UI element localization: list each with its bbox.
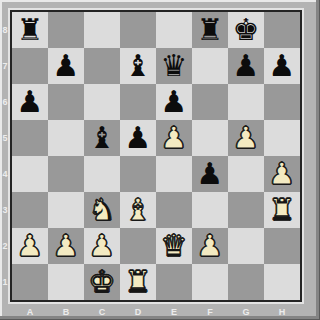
piece-black-rook[interactable]: ♜ bbox=[192, 12, 228, 48]
chess-board: ♜♜♚♟♝♛♟♟♟♟♝♟♟♟♟♟♞♝♜♟♟♟♛♟♚♜ bbox=[10, 10, 302, 302]
square-h2[interactable] bbox=[264, 228, 300, 264]
square-e1[interactable] bbox=[156, 264, 192, 300]
square-c1[interactable]: ♚ bbox=[84, 264, 120, 300]
square-h5[interactable] bbox=[264, 120, 300, 156]
square-e8[interactable] bbox=[156, 12, 192, 48]
square-f3[interactable] bbox=[192, 192, 228, 228]
square-e5[interactable]: ♟ bbox=[156, 120, 192, 156]
square-h6[interactable] bbox=[264, 84, 300, 120]
rank-labels: 87654321 bbox=[0, 12, 10, 300]
file-label-e: E bbox=[156, 305, 192, 320]
square-e2[interactable]: ♛ bbox=[156, 228, 192, 264]
piece-white-pawn[interactable]: ♟ bbox=[264, 156, 300, 192]
square-d7[interactable]: ♝ bbox=[120, 48, 156, 84]
piece-black-pawn[interactable]: ♟ bbox=[156, 84, 192, 120]
piece-black-rook[interactable]: ♜ bbox=[12, 12, 48, 48]
piece-white-knight[interactable]: ♞ bbox=[84, 192, 120, 228]
piece-black-king[interactable]: ♚ bbox=[228, 12, 264, 48]
rank-label-6: 6 bbox=[0, 84, 10, 120]
rank-label-7: 7 bbox=[0, 48, 10, 84]
square-c5[interactable]: ♝ bbox=[84, 120, 120, 156]
piece-black-queen[interactable]: ♛ bbox=[156, 48, 192, 84]
piece-white-pawn[interactable]: ♟ bbox=[192, 228, 228, 264]
rank-label-4: 4 bbox=[0, 156, 10, 192]
square-e6[interactable]: ♟ bbox=[156, 84, 192, 120]
square-g5[interactable]: ♟ bbox=[228, 120, 264, 156]
piece-black-pawn[interactable]: ♟ bbox=[48, 48, 84, 84]
square-d2[interactable] bbox=[120, 228, 156, 264]
square-d8[interactable] bbox=[120, 12, 156, 48]
square-a7[interactable] bbox=[12, 48, 48, 84]
square-g4[interactable] bbox=[228, 156, 264, 192]
file-label-d: D bbox=[120, 305, 156, 320]
square-e3[interactable] bbox=[156, 192, 192, 228]
square-a1[interactable] bbox=[12, 264, 48, 300]
square-b2[interactable]: ♟ bbox=[48, 228, 84, 264]
piece-black-pawn[interactable]: ♟ bbox=[120, 120, 156, 156]
square-b7[interactable]: ♟ bbox=[48, 48, 84, 84]
piece-white-pawn[interactable]: ♟ bbox=[156, 120, 192, 156]
piece-white-pawn[interactable]: ♟ bbox=[12, 228, 48, 264]
square-c8[interactable] bbox=[84, 12, 120, 48]
square-h3[interactable]: ♜ bbox=[264, 192, 300, 228]
piece-black-pawn[interactable]: ♟ bbox=[192, 156, 228, 192]
piece-black-pawn[interactable]: ♟ bbox=[12, 84, 48, 120]
piece-white-rook[interactable]: ♜ bbox=[120, 264, 156, 300]
square-a5[interactable] bbox=[12, 120, 48, 156]
file-label-g: G bbox=[228, 305, 264, 320]
square-d4[interactable] bbox=[120, 156, 156, 192]
piece-black-bishop[interactable]: ♝ bbox=[120, 48, 156, 84]
square-a8[interactable]: ♜ bbox=[12, 12, 48, 48]
square-c2[interactable]: ♟ bbox=[84, 228, 120, 264]
rank-label-1: 1 bbox=[0, 264, 10, 300]
square-b3[interactable] bbox=[48, 192, 84, 228]
square-b5[interactable] bbox=[48, 120, 84, 156]
square-f8[interactable]: ♜ bbox=[192, 12, 228, 48]
square-b6[interactable] bbox=[48, 84, 84, 120]
square-a2[interactable]: ♟ bbox=[12, 228, 48, 264]
square-f1[interactable] bbox=[192, 264, 228, 300]
piece-white-pawn[interactable]: ♟ bbox=[48, 228, 84, 264]
square-c4[interactable] bbox=[84, 156, 120, 192]
square-h7[interactable]: ♟ bbox=[264, 48, 300, 84]
file-label-f: F bbox=[192, 305, 228, 320]
file-label-a: A bbox=[12, 305, 48, 320]
square-g1[interactable] bbox=[228, 264, 264, 300]
square-h1[interactable] bbox=[264, 264, 300, 300]
square-b4[interactable] bbox=[48, 156, 84, 192]
chess-diagram-frame: 87654321 ♜♜♚♟♝♛♟♟♟♟♝♟♟♟♟♟♞♝♜♟♟♟♛♟♚♜ ABCD… bbox=[0, 0, 320, 320]
piece-white-rook[interactable]: ♜ bbox=[264, 192, 300, 228]
square-h8[interactable] bbox=[264, 12, 300, 48]
square-f5[interactable] bbox=[192, 120, 228, 156]
file-label-b: B bbox=[48, 305, 84, 320]
square-d5[interactable]: ♟ bbox=[120, 120, 156, 156]
square-f4[interactable]: ♟ bbox=[192, 156, 228, 192]
square-g7[interactable]: ♟ bbox=[228, 48, 264, 84]
square-d1[interactable]: ♜ bbox=[120, 264, 156, 300]
square-h4[interactable]: ♟ bbox=[264, 156, 300, 192]
piece-white-pawn[interactable]: ♟ bbox=[228, 120, 264, 156]
square-c3[interactable]: ♞ bbox=[84, 192, 120, 228]
piece-white-pawn[interactable]: ♟ bbox=[84, 228, 120, 264]
file-label-c: C bbox=[84, 305, 120, 320]
piece-black-pawn[interactable]: ♟ bbox=[264, 48, 300, 84]
square-b8[interactable] bbox=[48, 12, 84, 48]
square-g8[interactable]: ♚ bbox=[228, 12, 264, 48]
square-e7[interactable]: ♛ bbox=[156, 48, 192, 84]
piece-white-queen[interactable]: ♛ bbox=[156, 228, 192, 264]
rank-label-5: 5 bbox=[0, 120, 10, 156]
square-b1[interactable] bbox=[48, 264, 84, 300]
square-a3[interactable] bbox=[12, 192, 48, 228]
square-g3[interactable] bbox=[228, 192, 264, 228]
square-g6[interactable] bbox=[228, 84, 264, 120]
square-c7[interactable] bbox=[84, 48, 120, 84]
rank-label-2: 2 bbox=[0, 228, 10, 264]
square-f2[interactable]: ♟ bbox=[192, 228, 228, 264]
piece-black-pawn[interactable]: ♟ bbox=[228, 48, 264, 84]
square-f6[interactable] bbox=[192, 84, 228, 120]
piece-white-bishop[interactable]: ♝ bbox=[120, 192, 156, 228]
square-c6[interactable] bbox=[84, 84, 120, 120]
square-f7[interactable] bbox=[192, 48, 228, 84]
square-d3[interactable]: ♝ bbox=[120, 192, 156, 228]
rank-label-3: 3 bbox=[0, 192, 10, 228]
file-labels: ABCDEFGH bbox=[12, 301, 300, 316]
piece-black-bishop[interactable]: ♝ bbox=[84, 120, 120, 156]
square-a6[interactable]: ♟ bbox=[12, 84, 48, 120]
piece-white-king[interactable]: ♚ bbox=[84, 264, 120, 300]
square-d6[interactable] bbox=[120, 84, 156, 120]
square-a4[interactable] bbox=[12, 156, 48, 192]
square-g2[interactable] bbox=[228, 228, 264, 264]
rank-label-8: 8 bbox=[0, 12, 10, 48]
file-label-h: H bbox=[264, 305, 300, 320]
square-e4[interactable] bbox=[156, 156, 192, 192]
